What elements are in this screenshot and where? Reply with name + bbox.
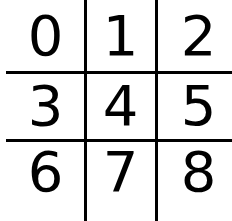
cell-8[interactable]: 8 [156,140,232,221]
cell-4[interactable]: 4 [85,72,156,140]
cell-0[interactable]: 0 [0,0,85,72]
cell-7[interactable]: 7 [85,140,156,221]
tic-tac-toe-board: 0 1 2 3 4 5 6 7 8 [0,0,232,221]
cell-grid: 0 1 2 3 4 5 6 7 8 [0,0,232,221]
cell-3[interactable]: 3 [0,72,85,140]
cell-2[interactable]: 2 [156,0,232,72]
grid-vertical-line-left [84,0,87,221]
grid-horizontal-line-top [6,71,232,74]
cell-5[interactable]: 5 [156,72,232,140]
cell-1[interactable]: 1 [85,0,156,72]
grid-horizontal-line-bottom [6,139,232,142]
cell-6[interactable]: 6 [0,140,85,221]
grid-vertical-line-right [155,0,158,221]
